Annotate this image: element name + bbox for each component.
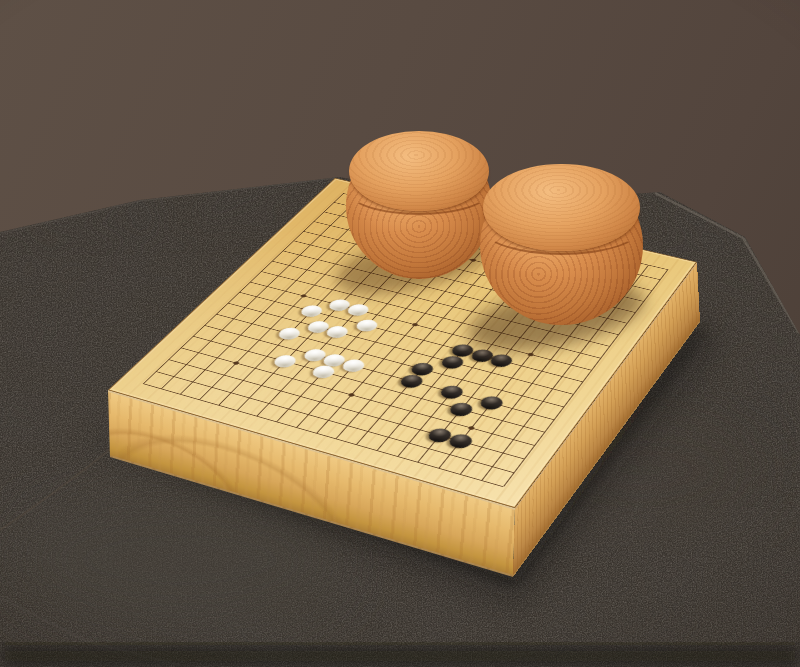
bowl-lid-rim: [482, 201, 642, 255]
star-point: [468, 426, 476, 431]
grid-line: [192, 336, 544, 433]
star-point: [469, 258, 476, 262]
star-point: [347, 393, 355, 397]
star-point: [300, 294, 307, 298]
grid-line: [204, 325, 554, 420]
go-scene: [0, 0, 800, 667]
white-stone[interactable]: [275, 326, 304, 342]
black-stone[interactable]: [437, 383, 466, 400]
black-stone[interactable]: [477, 394, 506, 411]
go-bowl-left[interactable]: [346, 133, 492, 279]
white-stone[interactable]: [353, 318, 381, 333]
black-stone[interactable]: [447, 401, 476, 418]
white-stone[interactable]: [271, 354, 300, 370]
bowl-lid-rim: [347, 165, 490, 215]
star-point: [232, 361, 240, 365]
white-stone[interactable]: [297, 304, 325, 319]
star-point: [527, 352, 534, 356]
star-point: [411, 322, 418, 326]
go-bowl-right[interactable]: [480, 166, 643, 325]
